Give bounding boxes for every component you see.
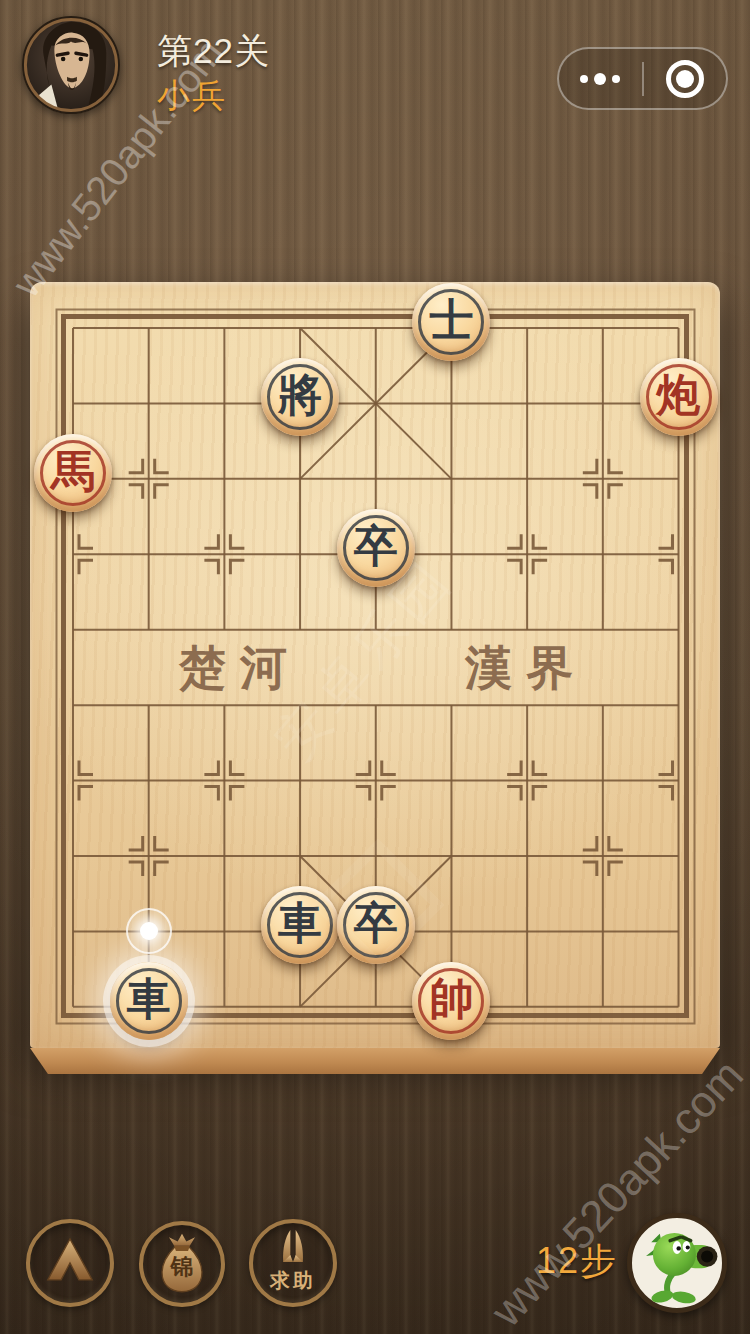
- more-menu-icon[interactable]: [559, 49, 642, 108]
- level-title: 第22关: [157, 28, 270, 75]
- piece-red-general[interactable]: 帥: [412, 962, 490, 1040]
- piece-black-soldier-1[interactable]: 卒: [337, 509, 415, 587]
- piece-black-soldier-2[interactable]: 卒: [337, 886, 415, 964]
- peashooter-icon: [634, 1220, 720, 1306]
- help-button[interactable]: 求助: [249, 1219, 337, 1307]
- exit-target-icon[interactable]: [644, 49, 727, 108]
- player-avatar: [22, 16, 120, 114]
- svg-text:求助: 求助: [269, 1270, 316, 1291]
- jinnang-hint-button[interactable]: 锦: [139, 1221, 225, 1307]
- steps-counter: 12步: [536, 1237, 618, 1286]
- piece-red-cannon[interactable]: 炮: [640, 358, 718, 436]
- warrior-portrait: [22, 16, 120, 114]
- move-indicator-dot[interactable]: [126, 908, 172, 954]
- piece-red-horse[interactable]: 馬: [34, 434, 112, 512]
- miniprogram-capsule: [557, 47, 728, 110]
- collapse-button[interactable]: [26, 1219, 114, 1307]
- chevron-up-icon: [30, 1223, 110, 1303]
- stage-name: 小兵: [157, 74, 227, 119]
- board-front-edge: [30, 1048, 720, 1074]
- piece-black-general[interactable]: 將: [261, 358, 339, 436]
- piece-black-chariot-1[interactable]: 車: [261, 886, 339, 964]
- piece-black-chariot-2[interactable]: 車: [110, 962, 188, 1040]
- praying-hands-icon: 求助: [253, 1223, 333, 1303]
- money-bag-icon: 锦: [143, 1225, 221, 1303]
- app-screen: 第22关 小兵 楚河 漢界 士將炮馬卒車卒車帥 www.520apk.com w…: [0, 0, 750, 1334]
- svg-text:锦: 锦: [170, 1254, 194, 1279]
- piece-black-advisor[interactable]: 士: [412, 283, 490, 361]
- peashooter-badge[interactable]: [627, 1213, 727, 1313]
